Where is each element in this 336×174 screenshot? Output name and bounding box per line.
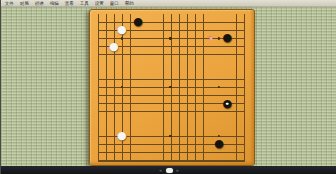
black-stone[interactable]: ● bbox=[223, 99, 231, 107]
bottom-bar: ◂▸ bbox=[1, 166, 336, 174]
black-stone[interactable]: ● bbox=[134, 18, 142, 26]
menu-item-6[interactable]: 设置 bbox=[93, 0, 106, 5]
board-grid-lines: ●●●●●●● bbox=[98, 14, 245, 162]
menu-item-2[interactable]: 棋谱 bbox=[33, 0, 46, 5]
menu-item-3[interactable]: 编辑 bbox=[48, 0, 61, 5]
app-window: 文件对局棋谱编辑查看工具设置窗口帮助 ●●●●●●● ◂▸ bbox=[0, 0, 336, 174]
menu-item-4[interactable]: 查看 bbox=[63, 0, 76, 5]
menu-item-8[interactable]: 帮助 bbox=[123, 0, 136, 5]
white-stone[interactable]: ● bbox=[110, 43, 118, 51]
last-move-dot-marker bbox=[226, 102, 229, 105]
prev-move-icon[interactable]: ◂ bbox=[159, 168, 162, 173]
black-stone[interactable]: ● bbox=[223, 34, 231, 42]
stones-layer[interactable]: ●●●●●●● bbox=[93, 10, 247, 165]
black-stone[interactable]: ● bbox=[215, 140, 223, 148]
menu-item-5[interactable]: 工具 bbox=[78, 0, 91, 5]
next-move-icon[interactable]: ▸ bbox=[177, 168, 180, 173]
white-stone[interactable]: ● bbox=[118, 26, 126, 34]
tatami-background: ●●●●●●● bbox=[1, 7, 336, 166]
menu-item-1[interactable]: 对局 bbox=[18, 0, 31, 5]
stone-toggle-button[interactable] bbox=[166, 168, 173, 173]
white-stone[interactable]: ● bbox=[118, 132, 126, 140]
go-board[interactable]: ●●●●●●● bbox=[89, 9, 255, 166]
menu-item-0[interactable]: 文件 bbox=[3, 0, 16, 5]
menu-bar: 文件对局棋谱编辑查看工具设置窗口帮助 bbox=[1, 0, 336, 7]
menu-item-7[interactable]: 窗口 bbox=[108, 0, 121, 5]
